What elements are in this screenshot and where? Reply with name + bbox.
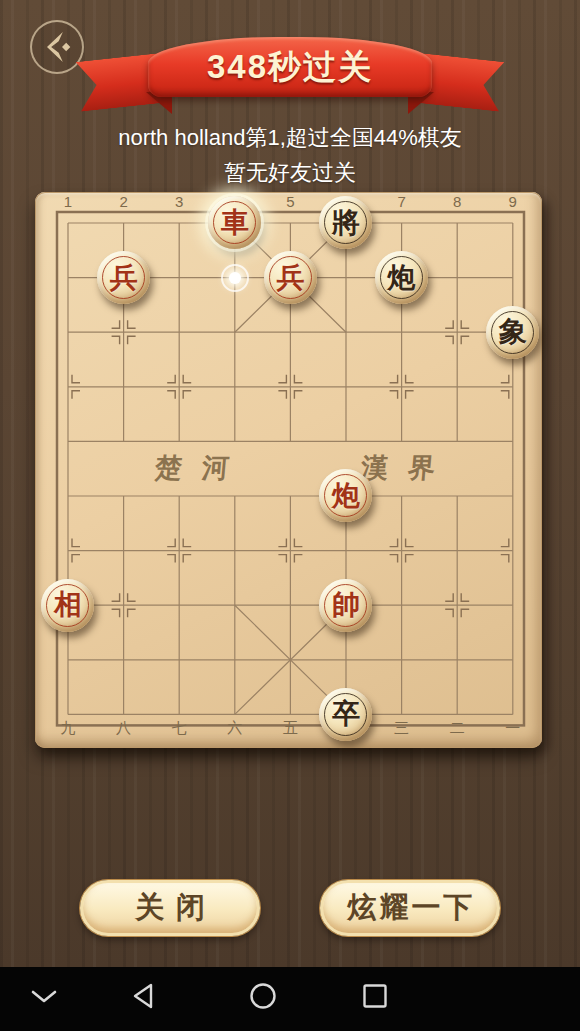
android-navbar	[0, 967, 580, 1031]
piece-character: 象	[499, 318, 527, 346]
ribbon-band: 348秒过关	[148, 37, 432, 97]
piece-black-elephant[interactable]: 象	[486, 306, 539, 359]
piece-red-elephant[interactable]: 相	[41, 579, 94, 632]
android-recents-icon[interactable]	[361, 982, 389, 1013]
piece-character: 將	[332, 209, 360, 237]
show-off-button[interactable]: 炫耀一下	[320, 880, 500, 936]
piece-red-cannon[interactable]: 炮	[319, 469, 372, 522]
android-home-icon[interactable]	[249, 982, 277, 1013]
piece-character: 帥	[332, 591, 360, 619]
app-screen: 348秒过关 north holland第1,超过全国44%棋友 暂无好友过关 …	[0, 0, 580, 1031]
close-button[interactable]: 关闭	[80, 880, 260, 936]
android-back-icon[interactable]	[131, 982, 159, 1013]
piece-red-chariot[interactable]: 車	[208, 196, 261, 249]
last-move-sparkle	[229, 272, 241, 284]
piece-character: 卒	[332, 700, 360, 728]
piece-red-soldier-b[interactable]: 兵	[264, 251, 317, 304]
piece-black-soldier[interactable]: 卒	[319, 688, 372, 741]
hide-navbar-chevron-icon[interactable]	[29, 988, 59, 1009]
result-ribbon: 348秒过关	[0, 0, 580, 120]
friends-line: 暂无好友过关	[0, 158, 580, 188]
piece-black-cannon[interactable]: 炮	[375, 251, 428, 304]
piece-character: 兵	[276, 264, 304, 292]
clear-time-text: 348秒过关	[207, 45, 373, 90]
piece-red-soldier-a[interactable]: 兵	[97, 251, 150, 304]
piece-character: 炮	[388, 264, 416, 292]
piece-black-general[interactable]: 將	[319, 196, 372, 249]
piece-red-general[interactable]: 帥	[319, 579, 372, 632]
piece-character: 炮	[332, 482, 360, 510]
rank-line: north holland第1,超过全国44%棋友	[0, 123, 580, 153]
piece-character: 車	[221, 209, 249, 237]
xiangqi-board[interactable]: 123456789 九八七六五四三二一 楚河 漢界 車將兵兵炮象炮相帥卒	[35, 192, 542, 748]
pieces-layer: 車將兵兵炮象炮相帥卒	[40, 196, 540, 742]
piece-character: 相	[54, 591, 82, 619]
piece-character: 兵	[110, 264, 138, 292]
